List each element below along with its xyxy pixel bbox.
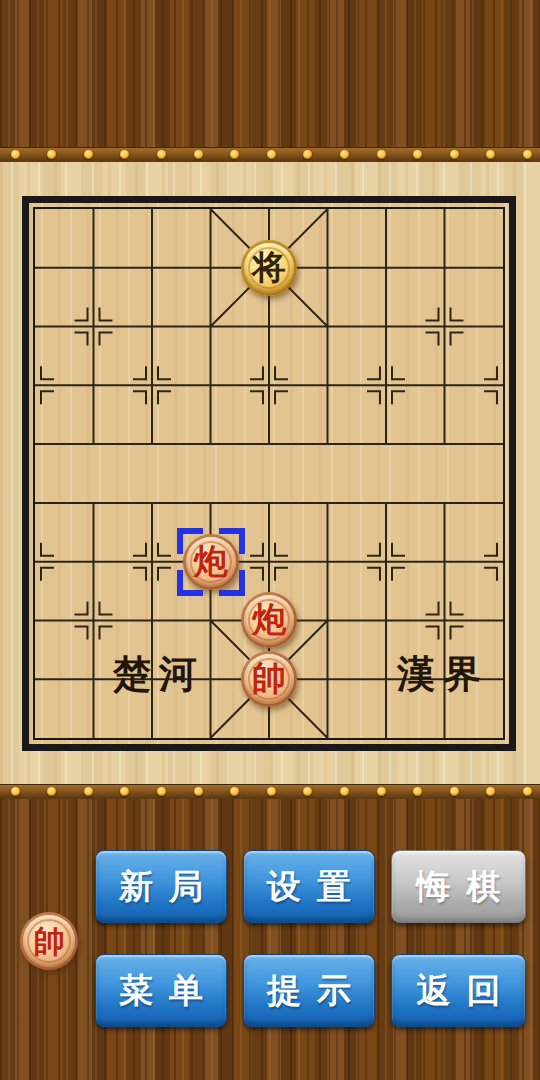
settings-button[interactable]: 设置 <box>243 850 375 923</box>
stud <box>340 787 349 796</box>
back-button[interactable]: 返回 <box>391 954 526 1027</box>
stud <box>47 787 56 796</box>
stud <box>120 150 129 159</box>
piece-glyph: 炮 <box>194 545 228 579</box>
stud <box>377 150 386 159</box>
stud <box>11 787 20 796</box>
stud <box>84 150 93 159</box>
stud <box>47 150 56 159</box>
stud <box>157 150 166 159</box>
stud <box>340 150 349 159</box>
red-cannon-selected-piece[interactable]: 炮 <box>183 534 239 590</box>
stud <box>450 150 459 159</box>
stud <box>267 150 276 159</box>
menu-button[interactable]: 菜单 <box>95 954 227 1027</box>
stud-strip-top <box>0 147 540 162</box>
stud <box>413 150 422 159</box>
stud <box>377 787 386 796</box>
stud-strip-bottom <box>0 784 540 799</box>
turn-indicator-piece: 帥 <box>20 912 78 970</box>
piece-glyph: 帥 <box>252 662 286 696</box>
game-screen: 楚河 漢界 将炮炮帥 帥 新局 设置 悔棋 菜单 提示 返回 <box>0 0 540 1080</box>
stud <box>84 787 93 796</box>
black-general-piece[interactable]: 将 <box>241 240 297 296</box>
stud <box>303 150 312 159</box>
piece-glyph: 将 <box>252 251 286 285</box>
new-game-button[interactable]: 新局 <box>95 850 227 923</box>
stud <box>486 150 495 159</box>
stud <box>230 787 239 796</box>
stud <box>303 787 312 796</box>
stud <box>194 150 203 159</box>
stud <box>486 787 495 796</box>
stud <box>11 150 20 159</box>
turn-indicator-glyph: 帥 <box>34 926 65 957</box>
stud <box>230 150 239 159</box>
red-general-piece[interactable]: 帥 <box>241 651 297 707</box>
stud <box>267 787 276 796</box>
stud <box>523 150 532 159</box>
piece-glyph: 炮 <box>252 603 286 637</box>
stud <box>120 787 129 796</box>
stud <box>194 787 203 796</box>
stud <box>450 787 459 796</box>
river-label-left: 楚河 <box>113 649 205 699</box>
river-label-right: 漢界 <box>397 649 489 699</box>
undo-button[interactable]: 悔棋 <box>391 850 526 923</box>
stud <box>523 787 532 796</box>
hint-button[interactable]: 提示 <box>243 954 375 1027</box>
stud <box>413 787 422 796</box>
stud <box>157 787 166 796</box>
